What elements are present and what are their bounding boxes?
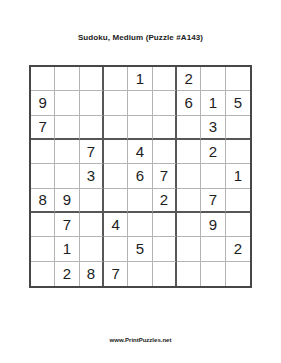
sudoku-cell-r5c5[interactable]: 6: [128, 164, 152, 188]
sudoku-cell-r3c4[interactable]: [104, 116, 128, 140]
sudoku-cell-r4c1[interactable]: [31, 140, 55, 164]
sudoku-board: 1296157374236718927749152287: [29, 65, 252, 288]
sudoku-cell-r8c7[interactable]: [177, 237, 201, 261]
sudoku-cell-r2c6[interactable]: [153, 91, 177, 115]
sudoku-cell-r7c6[interactable]: [153, 213, 177, 237]
sudoku-cell-r9c5[interactable]: [128, 262, 152, 286]
sudoku-cell-r3c2[interactable]: [55, 116, 79, 140]
sudoku-cell-r2c4[interactable]: [104, 91, 128, 115]
sudoku-cell-r9c6[interactable]: [153, 262, 177, 286]
sudoku-cell-r6c7[interactable]: [177, 189, 201, 213]
sudoku-cell-r7c5[interactable]: [128, 213, 152, 237]
sudoku-cell-r8c9[interactable]: 2: [226, 237, 250, 261]
sudoku-cell-r5c6[interactable]: 7: [153, 164, 177, 188]
sudoku-cell-r3c5[interactable]: [128, 116, 152, 140]
sudoku-cell-r1c7[interactable]: 2: [177, 67, 201, 91]
sudoku-cell-r9c1[interactable]: [31, 262, 55, 286]
sudoku-cell-r5c9[interactable]: 1: [226, 164, 250, 188]
sudoku-cell-r8c2[interactable]: 1: [55, 237, 79, 261]
sudoku-cell-r4c7[interactable]: [177, 140, 201, 164]
sudoku-cell-r3c6[interactable]: [153, 116, 177, 140]
sudoku-cell-r4c9[interactable]: [226, 140, 250, 164]
sudoku-cell-r5c2[interactable]: [55, 164, 79, 188]
sudoku-cell-r9c7[interactable]: [177, 262, 201, 286]
sudoku-cell-r8c3[interactable]: [80, 237, 104, 261]
sudoku-cell-r4c3[interactable]: 7: [80, 140, 104, 164]
sudoku-cell-r1c2[interactable]: [55, 67, 79, 91]
sudoku-cell-r8c8[interactable]: [201, 237, 225, 261]
sudoku-cell-r2c2[interactable]: [55, 91, 79, 115]
sudoku-cell-r2c8[interactable]: 1: [201, 91, 225, 115]
sudoku-cell-r7c7[interactable]: [177, 213, 201, 237]
sudoku-cell-r4c2[interactable]: [55, 140, 79, 164]
sudoku-cell-r5c3[interactable]: 3: [80, 164, 104, 188]
sudoku-cell-r6c5[interactable]: [128, 189, 152, 213]
sudoku-cell-r5c8[interactable]: [201, 164, 225, 188]
sudoku-cell-r3c7[interactable]: [177, 116, 201, 140]
puzzle-title: Sudoku, Medium (Puzzle #A143): [0, 33, 281, 42]
sudoku-cell-r6c1[interactable]: 8: [31, 189, 55, 213]
sudoku-cell-r3c3[interactable]: [80, 116, 104, 140]
sudoku-cell-r1c5[interactable]: 1: [128, 67, 152, 91]
sudoku-cell-r1c3[interactable]: [80, 67, 104, 91]
sudoku-cell-r7c1[interactable]: [31, 213, 55, 237]
sudoku-cell-r6c8[interactable]: 7: [201, 189, 225, 213]
sudoku-cell-r1c4[interactable]: [104, 67, 128, 91]
sudoku-cell-r1c6[interactable]: [153, 67, 177, 91]
sudoku-cell-r4c8[interactable]: 2: [201, 140, 225, 164]
sudoku-cell-r4c5[interactable]: 4: [128, 140, 152, 164]
sudoku-cell-r3c8[interactable]: 3: [201, 116, 225, 140]
sudoku-cell-r4c6[interactable]: [153, 140, 177, 164]
sudoku-page: Sudoku, Medium (Puzzle #A143) 1296157374…: [0, 0, 281, 363]
sudoku-cell-r6c3[interactable]: [80, 189, 104, 213]
sudoku-cell-r5c7[interactable]: [177, 164, 201, 188]
sudoku-cell-r9c2[interactable]: 2: [55, 262, 79, 286]
sudoku-cell-r7c2[interactable]: 7: [55, 213, 79, 237]
sudoku-cell-r8c1[interactable]: [31, 237, 55, 261]
sudoku-cell-r1c9[interactable]: [226, 67, 250, 91]
sudoku-cell-r9c8[interactable]: [201, 262, 225, 286]
sudoku-cell-r6c2[interactable]: 9: [55, 189, 79, 213]
sudoku-cell-r7c9[interactable]: [226, 213, 250, 237]
sudoku-cell-r7c4[interactable]: 4: [104, 213, 128, 237]
sudoku-cell-r2c1[interactable]: 9: [31, 91, 55, 115]
sudoku-cell-r7c3[interactable]: [80, 213, 104, 237]
sudoku-cell-r5c4[interactable]: [104, 164, 128, 188]
sudoku-cell-r1c1[interactable]: [31, 67, 55, 91]
site-url: www.PrintPuzzles.net: [0, 337, 281, 343]
sudoku-cell-r3c9[interactable]: [226, 116, 250, 140]
sudoku-cell-r7c8[interactable]: 9: [201, 213, 225, 237]
sudoku-cell-r9c4[interactable]: 7: [104, 262, 128, 286]
sudoku-cell-r2c7[interactable]: 6: [177, 91, 201, 115]
sudoku-cell-r8c6[interactable]: [153, 237, 177, 261]
sudoku-cell-r9c3[interactable]: 8: [80, 262, 104, 286]
sudoku-cell-r9c9[interactable]: [226, 262, 250, 286]
sudoku-cell-r6c6[interactable]: 2: [153, 189, 177, 213]
sudoku-cell-r6c4[interactable]: [104, 189, 128, 213]
sudoku-cell-r1c8[interactable]: [201, 67, 225, 91]
sudoku-cell-r2c5[interactable]: [128, 91, 152, 115]
sudoku-cell-r5c1[interactable]: [31, 164, 55, 188]
sudoku-cell-r4c4[interactable]: [104, 140, 128, 164]
sudoku-cell-r3c1[interactable]: 7: [31, 116, 55, 140]
sudoku-cell-r6c9[interactable]: [226, 189, 250, 213]
sudoku-cell-r8c5[interactable]: 5: [128, 237, 152, 261]
sudoku-cell-r2c3[interactable]: [80, 91, 104, 115]
sudoku-cell-r2c9[interactable]: 5: [226, 91, 250, 115]
sudoku-cell-r8c4[interactable]: [104, 237, 128, 261]
